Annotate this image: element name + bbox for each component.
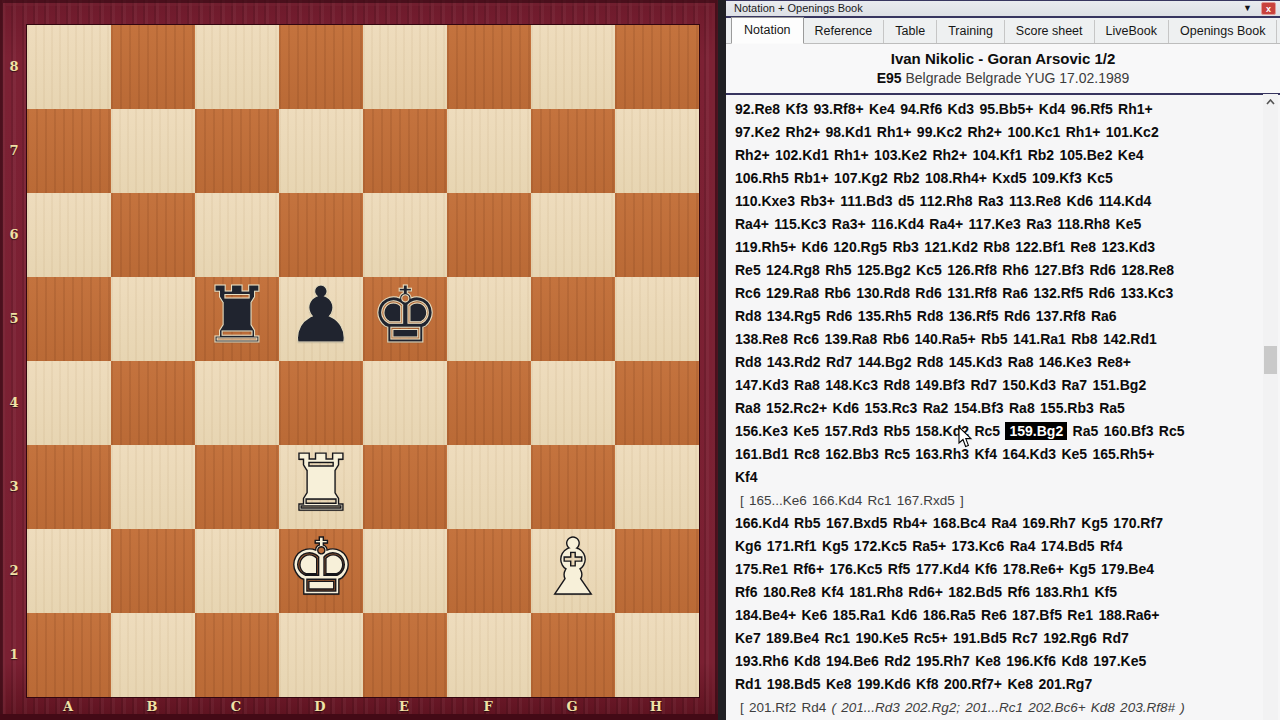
square-f7[interactable] (447, 109, 531, 193)
square-a4[interactable] (27, 361, 111, 445)
piece-white-king-d2[interactable]: ♚ (286, 528, 356, 606)
chess-board-window: ♜♟♚♜♚♝ 87654321ABCDEFGH (0, 0, 718, 720)
square-g3[interactable] (531, 445, 615, 529)
square-b6[interactable] (111, 193, 195, 277)
move-text[interactable]: [ 165...Ke6 166.Kd4 Rc1 167.Rxd5 ] (740, 493, 964, 508)
square-g2[interactable]: ♝ (531, 529, 615, 613)
notation-line[interactable]: Rd8 143.Rd2 Rd7 144.Bg2 Rd8 145.Kd3 Ra8 … (735, 351, 1260, 374)
pane-divider[interactable] (718, 0, 726, 720)
panel-title: Notation + Openings Book (734, 2, 863, 14)
move-text[interactable]: 184.Be4+ Ke6 185.Ra1 Kd6 186.Ra5 Re6 187… (735, 607, 1160, 623)
file-label-c: C (231, 699, 241, 714)
notation-line[interactable]: 97.Ke2 Rh2+ 98.Kd1 Rh1+ 99.Kc2 Rh2+ 100.… (735, 121, 1260, 144)
move-text[interactable]: 175.Re1 Rf6+ 176.Kc5 Rf5 177.Kd4 Kf6 178… (735, 561, 1154, 577)
piece-black-rook-c5[interactable]: ♜ (202, 276, 272, 354)
game-header: Ivan Nikolic - Goran Arsovic 1/2 E95 Bel… (726, 44, 1280, 93)
scrollbar[interactable] (1263, 94, 1278, 720)
square-e6[interactable] (363, 193, 447, 277)
game-subtitle: E95 Belgrade Belgrade YUG 17.02.1989 (726, 69, 1280, 88)
square-e5[interactable]: ♚ (363, 277, 447, 361)
notation-line[interactable]: 175.Re1 Rf6+ 176.Kc5 Rf5 177.Kd4 Kf6 178… (735, 558, 1260, 581)
square-g5[interactable] (531, 277, 615, 361)
square-f6[interactable] (447, 193, 531, 277)
square-c4[interactable] (195, 361, 279, 445)
square-h4[interactable] (615, 361, 699, 445)
move-text[interactable]: 97.Ke2 Rh2+ 98.Kd1 Rh1+ 99.Kc2 Rh2+ 100.… (735, 124, 1159, 140)
current-move-highlight[interactable]: 159.Bg2 (1005, 422, 1067, 440)
square-c8[interactable] (195, 25, 279, 109)
move-text[interactable]: 110.Kxe3 Rb3+ 111.Bd3 d5 112.Rh8 Ra3 113… (735, 193, 1151, 209)
tab-reference[interactable]: Reference (804, 20, 885, 43)
square-b2[interactable] (111, 529, 195, 613)
move-text[interactable]: Rc6 129.Ra8 Rb6 130.Rd8 Rd6 131.Rf8 Ra6 … (735, 285, 1173, 301)
scrollbar-thumb[interactable] (1264, 346, 1277, 374)
tab-table[interactable]: Table (884, 20, 937, 43)
panel-titlebar: Notation + Openings Book ▼ x (726, 1, 1280, 16)
rank-label-4: 4 (9, 395, 18, 410)
square-f4[interactable] (447, 361, 531, 445)
notation-line[interactable]: 106.Rh5 Rb1+ 107.Kg2 Rb2 108.Rh4+ Kxd5 1… (735, 167, 1260, 190)
square-h3[interactable] (615, 445, 699, 529)
rank-label-2: 2 (9, 563, 18, 578)
piece-black-king-e5[interactable]: ♚ (370, 276, 440, 354)
notation-line[interactable]: 166.Kd4 Rb5 167.Bxd5 Rb4+ 168.Bc4 Ra4 16… (735, 512, 1260, 535)
square-h7[interactable] (615, 109, 699, 193)
file-label-f: F (483, 699, 492, 714)
square-g1[interactable] (531, 613, 615, 697)
move-text[interactable]: 138.Re8 Rc6 139.Ra8 Rb6 140.Ra5+ Rb5 141… (735, 331, 1157, 347)
move-text[interactable]: 156.Ke3 Ke5 157.Rd3 Rb5 158.Kd2 Rc5 (735, 423, 1005, 439)
square-c3[interactable] (195, 445, 279, 529)
square-c5[interactable]: ♜ (195, 277, 279, 361)
variation-line[interactable]: [ 201.Rf2 Rd4 ( 201...Rd3 202.Rg2; 201..… (735, 696, 1260, 719)
piece-black-pawn-d5[interactable]: ♟ (286, 276, 356, 354)
notation-line[interactable]: Rd8 134.Rg5 Rd6 135.Rh5 Rd8 136.Rf5 Rd6 … (735, 305, 1260, 328)
notation-line[interactable]: 138.Re8 Rc6 139.Ra8 Rb6 140.Ra5+ Rb5 141… (735, 328, 1260, 351)
square-d1[interactable] (279, 613, 363, 697)
square-a8[interactable] (27, 25, 111, 109)
close-icon[interactable]: x (1261, 2, 1276, 15)
chess-board[interactable]: ♜♟♚♜♚♝ (26, 24, 700, 698)
square-a5[interactable] (27, 277, 111, 361)
tab-bar: NotationReferenceTableTrainingScore shee… (726, 18, 1280, 44)
square-f2[interactable] (447, 529, 531, 613)
file-label-e: E (399, 699, 409, 714)
piece-white-bishop-g2[interactable]: ♝ (538, 528, 608, 606)
square-b7[interactable] (111, 109, 195, 193)
notation-line[interactable]: Rh2+ 102.Kd1 Rh1+ 103.Ke2 Rh2+ 104.Kf1 R… (735, 144, 1260, 167)
move-text[interactable]: 119.Rh5+ Kd6 120.Rg5 Rb3 121.Kd2 Rb8 122… (735, 239, 1155, 255)
notation-line[interactable]: Rf6 180.Re8 Kf4 181.Rh8 Rd6+ 182.Bd5 Rf6… (735, 581, 1260, 604)
piece-white-rook-d3[interactable]: ♜ (286, 444, 356, 522)
move-text[interactable]: Rd8 134.Rg5 Rd6 135.Rh5 Rd8 136.Rf5 Rd6 … (735, 308, 1117, 324)
notation-line[interactable]: Ke7 189.Be4 Rc1 190.Ke5 Rc5+ 191.Bd5 Rc7… (735, 627, 1260, 650)
square-g7[interactable] (531, 109, 615, 193)
move-text[interactable]: [ 201.Rf2 Rd4 (740, 700, 832, 715)
move-text[interactable]: Ra8 152.Rc2+ Kd6 153.Rc3 Ra2 154.Bf3 Ra8… (735, 400, 1125, 416)
file-label-a: A (63, 699, 73, 714)
square-h1[interactable] (615, 613, 699, 697)
notation-line[interactable]: 184.Be4+ Ke6 185.Ra1 Kd6 186.Ra5 Re6 187… (735, 604, 1260, 627)
variation-line[interactable]: [ 165...Ke6 166.Kd4 Rc1 167.Rxd5 ] (735, 489, 1260, 512)
square-g8[interactable] (531, 25, 615, 109)
file-label-d: D (314, 699, 325, 714)
square-f5[interactable] (447, 277, 531, 361)
tab-training[interactable]: Training (937, 20, 1005, 43)
move-text[interactable]: 92.Re8 Kf3 93.Rf8+ Ke4 94.Rf6 Kd3 95.Bb5… (735, 101, 1153, 117)
square-e3[interactable] (363, 445, 447, 529)
square-f3[interactable] (447, 445, 531, 529)
square-d7[interactable] (279, 109, 363, 193)
notation-line[interactable]: Re5 124.Rg8 Rh5 125.Bg2 Kc5 126.Rf8 Rh6 … (735, 259, 1260, 282)
rank-label-1: 1 (9, 647, 18, 662)
rank-label-3: 3 (9, 479, 18, 494)
dropdown-caret-icon[interactable]: ▼ (1243, 2, 1252, 15)
file-label-h: H (650, 699, 662, 714)
notation-panel: Notation + Openings Book ▼ x NotationRef… (726, 0, 1280, 720)
square-e8[interactable] (363, 25, 447, 109)
move-text[interactable]: Ke7 189.Be4 Rc1 190.Ke5 Rc5+ 191.Bd5 Rc7… (735, 630, 1129, 646)
square-b1[interactable] (111, 613, 195, 697)
notation-line[interactable]: Kf4 (735, 466, 1260, 489)
square-c1[interactable] (195, 613, 279, 697)
file-label-g: G (566, 699, 577, 714)
move-text[interactable]: Ra4+ 115.Kc3 Ra3+ 116.Kd4 Ra4+ 117.Ke3 R… (735, 216, 1141, 232)
square-a7[interactable] (27, 109, 111, 193)
move-text[interactable]: Re5 124.Rg8 Rh5 125.Bg2 Kc5 126.Rf8 Rh6 … (735, 262, 1174, 278)
square-d4[interactable] (279, 361, 363, 445)
square-e7[interactable] (363, 109, 447, 193)
square-b4[interactable] (111, 361, 195, 445)
move-text[interactable]: Rh2+ 102.Kd1 Rh1+ 103.Ke2 Rh2+ 104.Kf1 R… (735, 147, 1143, 163)
square-a3[interactable] (27, 445, 111, 529)
square-b5[interactable] (111, 277, 195, 361)
notation-line[interactable]: 193.Rh6 Kd8 194.Be6 Rd2 195.Rh7 Ke8 196.… (735, 650, 1260, 673)
eco-code: E95 (877, 70, 902, 86)
notation-line[interactable]: Kg6 171.Rf1 Kg5 172.Kc5 Ra5+ 173.Kc6 Ra4… (735, 535, 1260, 558)
square-b8[interactable] (111, 25, 195, 109)
square-e2[interactable] (363, 529, 447, 613)
tab-notation[interactable]: Notation (731, 17, 804, 44)
move-list[interactable]: 92.Re8 Kf3 93.Rf8+ Ke4 94.Rf6 Kd3 95.Bb5… (726, 95, 1280, 719)
square-d6[interactable] (279, 193, 363, 277)
event-text: Belgrade Belgrade YUG 17.02.1989 (902, 70, 1130, 86)
move-text[interactable]: Rd1 198.Bd5 Ke8 199.Kd6 Kf8 200.Rf7+ Ke8… (735, 676, 1092, 692)
square-h2[interactable] (615, 529, 699, 613)
notation-line[interactable]: 110.Kxe3 Rb3+ 111.Bd3 d5 112.Rh8 Ra3 113… (735, 190, 1260, 213)
chessbase-app: ♜♟♚♜♚♝ 87654321ABCDEFGH Notation + Openi… (0, 0, 1280, 720)
square-a2[interactable] (27, 529, 111, 613)
move-text[interactable]: Ra5 160.Bf3 Rc5 (1067, 423, 1184, 439)
move-text[interactable]: 193.Rh6 Kd8 194.Be6 Rd2 195.Rh7 Ke8 196.… (735, 653, 1146, 669)
square-h5[interactable] (615, 277, 699, 361)
square-c6[interactable] (195, 193, 279, 277)
square-b3[interactable] (111, 445, 195, 529)
rank-label-8: 8 (9, 59, 18, 74)
tab-openings-book[interactable]: Openings Book (1169, 20, 1277, 43)
move-text[interactable]: Kf4 (735, 469, 758, 485)
move-text[interactable]: Rd8 143.Rd2 Rd7 144.Bg2 Rd8 145.Kd3 Ra8 … (735, 354, 1131, 370)
rank-label-5: 5 (9, 311, 18, 326)
square-e1[interactable] (363, 613, 447, 697)
rank-label-7: 7 (9, 143, 18, 158)
move-text[interactable]: Kg6 171.Rf1 Kg5 172.Kc5 Ra5+ 173.Kc6 Ra4… (735, 538, 1122, 554)
square-h6[interactable] (615, 193, 699, 277)
square-h8[interactable] (615, 25, 699, 109)
file-label-b: B (147, 699, 158, 714)
square-d5[interactable]: ♟ (279, 277, 363, 361)
move-text[interactable]: 166.Kd4 Rb5 167.Bxd5 Rb4+ 168.Bc4 Ra4 16… (735, 515, 1163, 531)
notation-line[interactable]: Rc6 129.Ra8 Rb6 130.Rd8 Rd6 131.Rf8 Ra6 … (735, 282, 1260, 305)
game-title: Ivan Nikolic - Goran Arsovic 1/2 (726, 48, 1280, 69)
square-a6[interactable] (27, 193, 111, 277)
square-c2[interactable] (195, 529, 279, 613)
move-text[interactable]: Rf6 180.Re8 Kf4 181.Rh8 Rd6+ 182.Bd5 Rf6… (735, 584, 1117, 600)
move-text[interactable]: 106.Rh5 Rb1+ 107.Kg2 Rb2 108.Rh4+ Kxd5 1… (735, 170, 1113, 186)
square-c7[interactable] (195, 109, 279, 193)
notation-line[interactable]: Ra8 152.Rc2+ Kd6 153.Rc3 Ra2 154.Bf3 Ra8… (735, 397, 1260, 420)
square-e4[interactable] (363, 361, 447, 445)
rank-label-6: 6 (9, 227, 18, 242)
notation-line[interactable]: Ra4+ 115.Kc3 Ra3+ 116.Kd4 Ra4+ 117.Ke3 R… (735, 213, 1260, 236)
square-f8[interactable] (447, 25, 531, 109)
notation-line[interactable]: 119.Rh5+ Kd6 120.Rg5 Rb3 121.Kd2 Rb8 122… (735, 236, 1260, 259)
move-text[interactable]: 147.Kd3 Ra8 148.Kc3 Rd8 149.Bf3 Rd7 150.… (735, 377, 1146, 393)
notation-line[interactable]: 147.Kd3 Ra8 148.Kc3 Rd8 149.Bf3 Rd7 150.… (735, 374, 1260, 397)
square-d8[interactable] (279, 25, 363, 109)
tab-livebook[interactable]: LiveBook (1095, 20, 1169, 43)
square-a1[interactable] (27, 613, 111, 697)
move-text[interactable]: 161.Bd1 Rc8 162.Bb3 Rc5 163.Rh3 Kf4 164.… (735, 446, 1154, 462)
square-g4[interactable] (531, 361, 615, 445)
notation-line[interactable]: 92.Re8 Kf3 93.Rf8+ Ke4 94.Rf6 Kd3 95.Bb5… (735, 98, 1260, 121)
scroll-up-icon[interactable] (1263, 94, 1278, 110)
square-d2[interactable]: ♚ (279, 529, 363, 613)
tab-score-sheet[interactable]: Score sheet (1005, 20, 1095, 43)
square-g6[interactable] (531, 193, 615, 277)
notation-line[interactable]: 161.Bd1 Rc8 162.Bb3 Rc5 163.Rh3 Kf4 164.… (735, 443, 1260, 466)
notation-line[interactable]: 156.Ke3 Ke5 157.Rd3 Rb5 158.Kd2 Rc5 159.… (735, 420, 1260, 443)
square-f1[interactable] (447, 613, 531, 697)
notation-line[interactable]: Rd1 198.Bd5 Ke8 199.Kd6 Kf8 200.Rf7+ Ke8… (735, 673, 1260, 696)
square-d3[interactable]: ♜ (279, 445, 363, 529)
move-text[interactable]: ( 201...Rd3 202.Rg2; 201...Rc1 202.Bc6+ … (832, 700, 1185, 715)
